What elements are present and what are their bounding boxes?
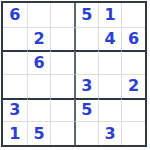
cell-r2c1[interactable] — [3, 27, 27, 51]
cell-r3c5[interactable] — [98, 50, 122, 74]
cell-r1c6[interactable] — [121, 3, 145, 27]
cell-r3c4[interactable] — [74, 50, 98, 74]
cell-r2c4[interactable] — [74, 27, 98, 51]
cell-r4c6[interactable]: 2 — [121, 74, 145, 98]
cell-r3c3[interactable] — [50, 50, 74, 74]
cell-r6c2[interactable]: 5 — [27, 121, 51, 145]
cell-r4c4[interactable]: 3 — [74, 74, 98, 98]
sudoku-screenshot: 65124663235153 — [0, 0, 150, 150]
cell-r5c1[interactable]: 3 — [3, 98, 27, 122]
cell-r1c5[interactable]: 1 — [98, 3, 122, 27]
cell-r6c6[interactable] — [121, 121, 145, 145]
sudoku-board: 65124663235153 — [1, 1, 147, 147]
cell-r4c2[interactable] — [27, 74, 51, 98]
cell-r3c1[interactable] — [3, 50, 27, 74]
cell-r2c5[interactable]: 4 — [98, 27, 122, 51]
cell-r5c6[interactable] — [121, 98, 145, 122]
cell-r1c2[interactable] — [27, 3, 51, 27]
cell-r6c3[interactable] — [50, 121, 74, 145]
cell-r1c3[interactable] — [50, 3, 74, 27]
cell-r1c1[interactable]: 6 — [3, 3, 27, 27]
cell-r3c2[interactable]: 6 — [27, 50, 51, 74]
cell-r2c6[interactable]: 6 — [121, 27, 145, 51]
cell-r5c2[interactable] — [27, 98, 51, 122]
cell-r1c4[interactable]: 5 — [74, 3, 98, 27]
cell-r6c1[interactable]: 1 — [3, 121, 27, 145]
cell-r2c3[interactable] — [50, 27, 74, 51]
cell-r6c4[interactable] — [74, 121, 98, 145]
cell-r5c4[interactable]: 5 — [74, 98, 98, 122]
cell-r4c1[interactable] — [3, 74, 27, 98]
cell-r5c5[interactable] — [98, 98, 122, 122]
cell-r5c3[interactable] — [50, 98, 74, 122]
cell-r2c2[interactable]: 2 — [27, 27, 51, 51]
cell-r4c5[interactable] — [98, 74, 122, 98]
cell-r6c5[interactable]: 3 — [98, 121, 122, 145]
cell-r3c6[interactable] — [121, 50, 145, 74]
cell-r4c3[interactable] — [50, 74, 74, 98]
